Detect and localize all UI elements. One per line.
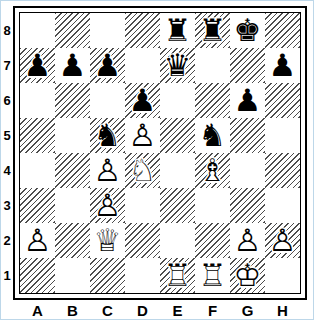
white-bishop: ♗ — [195, 153, 230, 188]
square-a6[interactable] — [20, 83, 55, 118]
square-h1[interactable] — [265, 258, 300, 293]
rank-label-1: 1 — [1, 258, 13, 293]
black-king: ♚ — [230, 13, 265, 48]
square-e4[interactable] — [160, 153, 195, 188]
square-h4[interactable] — [265, 153, 300, 188]
black-pawn: ♟ — [20, 48, 55, 83]
square-g4[interactable] — [230, 153, 265, 188]
square-g6[interactable]: ♟ — [230, 83, 265, 118]
black-rook: ♜ — [160, 13, 195, 48]
white-king-fill: ♚ — [230, 258, 265, 293]
square-e1[interactable]: ♜♖ — [160, 258, 195, 293]
square-h7[interactable]: ♟ — [265, 48, 300, 83]
square-a7[interactable]: ♟ — [20, 48, 55, 83]
black-pawn: ♟ — [265, 48, 300, 83]
white-pawn-fill: ♟ — [125, 118, 160, 153]
square-g3[interactable] — [230, 188, 265, 223]
file-label-d: D — [125, 302, 160, 319]
white-pawn-fill: ♟ — [265, 223, 300, 258]
white-pawn: ♙ — [265, 223, 300, 258]
square-a4[interactable] — [20, 153, 55, 188]
file-label-f: F — [195, 302, 230, 319]
rank-label-2: 2 — [1, 223, 13, 258]
square-f8[interactable]: ♜ — [195, 13, 230, 48]
square-c5[interactable]: ♞ — [90, 118, 125, 153]
black-pawn: ♟ — [55, 48, 90, 83]
square-f5[interactable]: ♞ — [195, 118, 230, 153]
chess-board: ♜♜♚♟♟♟♛♟♟♟♞♟♙♞♟♙♞♘♝♗♟♙♟♙♛♕♟♙♟♙♜♖♜♖♚♔ — [20, 13, 300, 293]
black-pawn: ♟ — [125, 83, 160, 118]
square-h8[interactable] — [265, 13, 300, 48]
white-queen: ♕ — [90, 223, 125, 258]
square-d5[interactable]: ♟♙ — [125, 118, 160, 153]
square-a1[interactable] — [20, 258, 55, 293]
white-pawn-fill: ♟ — [230, 223, 265, 258]
square-b2[interactable] — [55, 223, 90, 258]
square-h2[interactable]: ♟♙ — [265, 223, 300, 258]
black-pawn: ♟ — [230, 83, 265, 118]
square-a5[interactable] — [20, 118, 55, 153]
file-label-e: E — [160, 302, 195, 319]
white-knight-fill: ♞ — [125, 153, 160, 188]
square-e6[interactable] — [160, 83, 195, 118]
square-e3[interactable] — [160, 188, 195, 223]
white-pawn-fill: ♟ — [90, 153, 125, 188]
rank-label-5: 5 — [1, 118, 13, 153]
file-label-g: G — [230, 302, 265, 319]
board-frame: ♜♜♚♟♟♟♛♟♟♟♞♟♙♞♟♙♞♘♝♗♟♙♟♙♛♕♟♙♟♙♜♖♜♖♚♔ — [13, 6, 307, 300]
white-king: ♔ — [230, 258, 265, 293]
file-label-b: B — [55, 302, 90, 319]
white-pawn: ♙ — [20, 223, 55, 258]
rank-label-6: 6 — [1, 83, 13, 118]
black-knight: ♞ — [90, 118, 125, 153]
square-b7[interactable]: ♟ — [55, 48, 90, 83]
board-inner-border: ♜♜♚♟♟♟♛♟♟♟♞♟♙♞♟♙♞♘♝♗♟♙♟♙♛♕♟♙♟♙♜♖♜♖♚♔ — [19, 12, 301, 294]
square-d7[interactable] — [125, 48, 160, 83]
square-c8[interactable] — [90, 13, 125, 48]
white-rook: ♖ — [195, 258, 230, 293]
square-d3[interactable] — [125, 188, 160, 223]
white-pawn: ♙ — [230, 223, 265, 258]
square-c4[interactable]: ♟♙ — [90, 153, 125, 188]
rank-label-3: 3 — [1, 188, 13, 223]
file-label-h: H — [265, 302, 300, 319]
square-g1[interactable]: ♚♔ — [230, 258, 265, 293]
square-f3[interactable] — [195, 188, 230, 223]
square-b8[interactable] — [55, 13, 90, 48]
square-f1[interactable]: ♜♖ — [195, 258, 230, 293]
square-c1[interactable] — [90, 258, 125, 293]
file-labels: ABCDEFGH — [20, 302, 300, 319]
square-c2[interactable]: ♛♕ — [90, 223, 125, 258]
white-queen-fill: ♛ — [90, 223, 125, 258]
square-d1[interactable] — [125, 258, 160, 293]
square-d8[interactable] — [125, 13, 160, 48]
square-h6[interactable] — [265, 83, 300, 118]
white-pawn: ♙ — [90, 153, 125, 188]
square-g2[interactable]: ♟♙ — [230, 223, 265, 258]
square-c7[interactable]: ♟ — [90, 48, 125, 83]
square-c6[interactable] — [90, 83, 125, 118]
rank-label-8: 8 — [1, 13, 13, 48]
rank-labels: 87654321 — [1, 13, 13, 293]
white-rook-fill: ♜ — [160, 258, 195, 293]
file-label-c: C — [90, 302, 125, 319]
square-f7[interactable] — [195, 48, 230, 83]
square-g8[interactable]: ♚ — [230, 13, 265, 48]
white-pawn: ♙ — [125, 118, 160, 153]
black-queen: ♛ — [160, 48, 195, 83]
white-pawn-fill: ♟ — [20, 223, 55, 258]
rank-label-4: 4 — [1, 153, 13, 188]
black-knight: ♞ — [195, 118, 230, 153]
square-e7[interactable]: ♛ — [160, 48, 195, 83]
square-f6[interactable] — [195, 83, 230, 118]
square-b3[interactable] — [55, 188, 90, 223]
square-b6[interactable] — [55, 83, 90, 118]
square-b1[interactable] — [55, 258, 90, 293]
white-pawn: ♙ — [90, 188, 125, 223]
black-rook: ♜ — [195, 13, 230, 48]
square-h5[interactable] — [265, 118, 300, 153]
square-f4[interactable]: ♝♗ — [195, 153, 230, 188]
square-d6[interactable]: ♟ — [125, 83, 160, 118]
square-b5[interactable] — [55, 118, 90, 153]
rank-label-7: 7 — [1, 48, 13, 83]
square-g5[interactable] — [230, 118, 265, 153]
square-e2[interactable] — [160, 223, 195, 258]
white-knight: ♘ — [125, 153, 160, 188]
square-d4[interactable]: ♞♘ — [125, 153, 160, 188]
square-h3[interactable] — [265, 188, 300, 223]
square-e5[interactable] — [160, 118, 195, 153]
square-a2[interactable]: ♟♙ — [20, 223, 55, 258]
white-rook: ♖ — [160, 258, 195, 293]
white-pawn-fill: ♟ — [90, 188, 125, 223]
square-b4[interactable] — [55, 153, 90, 188]
square-d2[interactable] — [125, 223, 160, 258]
chess-diagram: 87654321 ♜♜♚♟♟♟♛♟♟♟♞♟♙♞♟♙♞♘♝♗♟♙♟♙♛♕♟♙♟♙♜… — [0, 0, 314, 320]
square-c3[interactable]: ♟♙ — [90, 188, 125, 223]
square-e8[interactable]: ♜ — [160, 13, 195, 48]
square-a3[interactable] — [20, 188, 55, 223]
white-rook-fill: ♜ — [195, 258, 230, 293]
file-label-a: A — [20, 302, 55, 319]
square-a8[interactable] — [20, 13, 55, 48]
square-g7[interactable] — [230, 48, 265, 83]
black-pawn: ♟ — [90, 48, 125, 83]
white-bishop-fill: ♝ — [195, 153, 230, 188]
square-f2[interactable] — [195, 223, 230, 258]
